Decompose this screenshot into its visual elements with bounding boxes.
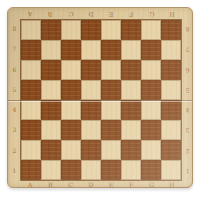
square-f8[interactable] (121, 20, 141, 40)
square-f3[interactable] (121, 120, 141, 140)
square-e5[interactable] (101, 80, 121, 100)
square-c5[interactable] (61, 80, 81, 100)
square-g6[interactable] (141, 60, 161, 80)
square-d7[interactable] (81, 40, 101, 60)
file-label-bottom-g: G (142, 180, 162, 188)
square-e2[interactable] (101, 140, 121, 160)
rank-label-left-4: 4 (9, 100, 20, 120)
square-c6[interactable] (61, 60, 81, 80)
square-d3[interactable] (81, 120, 101, 140)
square-h3[interactable] (161, 120, 181, 140)
square-g3[interactable] (141, 120, 161, 140)
square-a8[interactable] (21, 20, 41, 40)
file-label-top-e: E (101, 9, 121, 19)
square-b1[interactable] (41, 160, 61, 180)
rank-label-right-6: 6 (182, 60, 193, 80)
square-e4[interactable] (101, 100, 121, 120)
chess-board: ABCDEFGH ABCDEFGH 87654321 87654321 (7, 7, 193, 188)
file-label-top-b: B (40, 9, 60, 19)
square-g7[interactable] (141, 40, 161, 60)
square-h5[interactable] (161, 80, 181, 100)
square-h2[interactable] (161, 140, 181, 160)
square-e6[interactable] (101, 60, 121, 80)
file-label-bottom-a: A (20, 180, 40, 188)
rank-label-right-4: 4 (182, 100, 193, 120)
rank-label-left-3: 3 (9, 120, 20, 140)
file-label-top-f: F (121, 9, 141, 19)
square-a3[interactable] (21, 120, 41, 140)
square-b2[interactable] (41, 140, 61, 160)
square-a1[interactable] (21, 160, 41, 180)
square-f5[interactable] (121, 80, 141, 100)
rank-label-left-1: 1 (9, 161, 20, 181)
square-d4[interactable] (81, 100, 101, 120)
square-h7[interactable] (161, 40, 181, 60)
rank-label-right-5: 5 (182, 80, 193, 100)
file-label-top-a: A (20, 9, 40, 19)
file-label-bottom-c: C (61, 180, 81, 188)
file-label-top-c: C (61, 9, 81, 19)
square-b7[interactable] (41, 40, 61, 60)
square-b6[interactable] (41, 60, 61, 80)
file-label-bottom-h: H (162, 180, 182, 188)
square-b3[interactable] (41, 120, 61, 140)
square-e8[interactable] (101, 20, 121, 40)
square-g2[interactable] (141, 140, 161, 160)
file-label-bottom-f: F (121, 180, 141, 188)
square-e7[interactable] (101, 40, 121, 60)
file-label-top-g: G (142, 9, 162, 19)
square-e1[interactable] (101, 160, 121, 180)
square-f6[interactable] (121, 60, 141, 80)
rank-label-right-8: 8 (182, 19, 193, 39)
square-c3[interactable] (61, 120, 81, 140)
rank-label-left-2: 2 (9, 141, 20, 161)
rank-label-left-7: 7 (9, 39, 20, 59)
fold-seam (8, 100, 192, 102)
square-a5[interactable] (21, 80, 41, 100)
rank-label-right-3: 3 (182, 120, 193, 140)
square-b4[interactable] (41, 100, 61, 120)
square-h8[interactable] (161, 20, 181, 40)
photo-background: ABCDEFGH ABCDEFGH 87654321 87654321 (0, 0, 200, 200)
square-a4[interactable] (21, 100, 41, 120)
square-d2[interactable] (81, 140, 101, 160)
file-label-top-h: H (162, 9, 182, 19)
square-g5[interactable] (141, 80, 161, 100)
square-c4[interactable] (61, 100, 81, 120)
square-d8[interactable] (81, 20, 101, 40)
square-g4[interactable] (141, 100, 161, 120)
square-a7[interactable] (21, 40, 41, 60)
file-labels-top: ABCDEFGH (20, 9, 182, 19)
file-label-bottom-e: E (101, 180, 121, 188)
rank-label-right-7: 7 (182, 39, 193, 59)
square-h1[interactable] (161, 160, 181, 180)
square-f1[interactable] (121, 160, 141, 180)
square-c7[interactable] (61, 40, 81, 60)
rank-label-left-8: 8 (9, 19, 20, 39)
square-a6[interactable] (21, 60, 41, 80)
file-labels-bottom: ABCDEFGH (20, 180, 182, 188)
square-h4[interactable] (161, 100, 181, 120)
square-f2[interactable] (121, 140, 141, 160)
rank-label-right-2: 2 (182, 141, 193, 161)
square-f7[interactable] (121, 40, 141, 60)
square-c8[interactable] (61, 20, 81, 40)
square-f4[interactable] (121, 100, 141, 120)
square-c2[interactable] (61, 140, 81, 160)
square-g1[interactable] (141, 160, 161, 180)
square-d5[interactable] (81, 80, 101, 100)
square-b8[interactable] (41, 20, 61, 40)
square-h6[interactable] (161, 60, 181, 80)
square-e3[interactable] (101, 120, 121, 140)
square-a2[interactable] (21, 140, 41, 160)
square-c1[interactable] (61, 160, 81, 180)
rank-label-right-1: 1 (182, 161, 193, 181)
file-label-top-d: D (81, 9, 101, 19)
square-d6[interactable] (81, 60, 101, 80)
square-b5[interactable] (41, 80, 61, 100)
square-g8[interactable] (141, 20, 161, 40)
square-d1[interactable] (81, 160, 101, 180)
rank-label-left-6: 6 (9, 60, 20, 80)
file-label-bottom-b: B (40, 180, 60, 188)
file-label-bottom-d: D (81, 180, 101, 188)
rank-label-left-5: 5 (9, 80, 20, 100)
